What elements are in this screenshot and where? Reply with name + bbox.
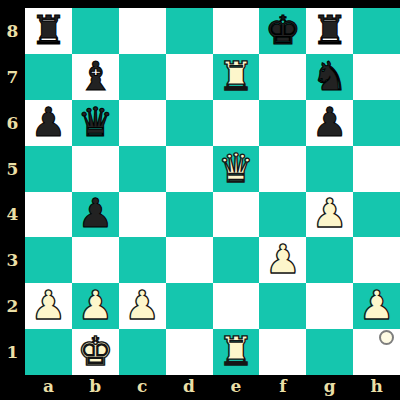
piece-black-pawn[interactable]: ♟ <box>77 193 113 233</box>
square-b3[interactable] <box>72 237 119 283</box>
piece-white-pawn[interactable]: ♟ <box>359 285 395 325</box>
chess-board: ♜♚♜♝♜♞♟♛♟♛♟♟♟♟♟♟♟♚♜ <box>25 8 400 375</box>
file-label-f: f <box>259 375 306 400</box>
square-d1[interactable] <box>166 329 213 375</box>
rank-label-5: 5 <box>0 146 25 192</box>
file-label-d: d <box>166 375 213 400</box>
square-g8[interactable]: ♜ <box>306 8 353 54</box>
square-b8[interactable] <box>72 8 119 54</box>
square-f4[interactable] <box>259 192 306 238</box>
square-c6[interactable] <box>119 100 166 146</box>
square-c7[interactable] <box>119 54 166 100</box>
square-e3[interactable] <box>213 237 260 283</box>
rank-label-3: 3 <box>0 237 25 283</box>
square-h8[interactable] <box>353 8 400 54</box>
square-a3[interactable] <box>25 237 72 283</box>
piece-white-king[interactable]: ♚ <box>77 331 113 371</box>
rank-label-7: 7 <box>0 54 25 100</box>
square-e4[interactable] <box>213 192 260 238</box>
square-d3[interactable] <box>166 237 213 283</box>
square-d2[interactable] <box>166 283 213 329</box>
piece-white-rook[interactable]: ♜ <box>218 331 254 371</box>
square-f2[interactable] <box>259 283 306 329</box>
square-b2[interactable]: ♟ <box>72 283 119 329</box>
square-e8[interactable] <box>213 8 260 54</box>
square-f8[interactable]: ♚ <box>259 8 306 54</box>
square-g3[interactable] <box>306 237 353 283</box>
chess-board-frame: 8 7 6 5 4 3 2 1 ♜♚♜♝♜♞♟♛♟♛♟♟♟♟♟♟♟♚♜ a b … <box>0 0 400 400</box>
square-d7[interactable] <box>166 54 213 100</box>
file-label-h: h <box>353 375 400 400</box>
square-g5[interactable] <box>306 146 353 192</box>
square-f5[interactable] <box>259 146 306 192</box>
square-f1[interactable] <box>259 329 306 375</box>
square-b4[interactable]: ♟ <box>72 192 119 238</box>
piece-black-bishop[interactable]: ♝ <box>77 56 113 96</box>
square-c2[interactable]: ♟ <box>119 283 166 329</box>
square-d5[interactable] <box>166 146 213 192</box>
square-a5[interactable] <box>25 146 72 192</box>
piece-black-knight[interactable]: ♞ <box>312 56 348 96</box>
piece-white-pawn[interactable]: ♟ <box>312 193 348 233</box>
piece-black-rook[interactable]: ♜ <box>31 10 67 50</box>
square-h7[interactable] <box>353 54 400 100</box>
square-g1[interactable] <box>306 329 353 375</box>
square-b1[interactable]: ♚ <box>72 329 119 375</box>
square-d6[interactable] <box>166 100 213 146</box>
rank-label-1: 1 <box>0 329 25 375</box>
file-label-b: b <box>72 375 119 400</box>
square-e2[interactable] <box>213 283 260 329</box>
square-h4[interactable] <box>353 192 400 238</box>
piece-white-queen[interactable]: ♛ <box>218 148 254 188</box>
square-a1[interactable] <box>25 329 72 375</box>
file-label-a: a <box>25 375 72 400</box>
square-c1[interactable] <box>119 329 166 375</box>
square-b7[interactable]: ♝ <box>72 54 119 100</box>
square-c5[interactable] <box>119 146 166 192</box>
rank-label-2: 2 <box>0 283 25 329</box>
piece-black-king[interactable]: ♚ <box>265 10 301 50</box>
square-f7[interactable] <box>259 54 306 100</box>
piece-white-pawn[interactable]: ♟ <box>265 239 301 279</box>
square-h5[interactable] <box>353 146 400 192</box>
square-e5[interactable]: ♛ <box>213 146 260 192</box>
piece-black-pawn[interactable]: ♟ <box>312 102 348 142</box>
square-h2[interactable]: ♟ <box>353 283 400 329</box>
square-c8[interactable] <box>119 8 166 54</box>
square-b6[interactable]: ♛ <box>72 100 119 146</box>
piece-black-queen[interactable]: ♛ <box>77 102 113 142</box>
piece-white-rook[interactable]: ♜ <box>218 56 254 96</box>
square-f6[interactable] <box>259 100 306 146</box>
piece-white-pawn[interactable]: ♟ <box>124 285 160 325</box>
square-h3[interactable] <box>353 237 400 283</box>
square-e6[interactable] <box>213 100 260 146</box>
rank-label-4: 4 <box>0 192 25 238</box>
white-to-move-indicator <box>379 330 394 345</box>
square-f3[interactable]: ♟ <box>259 237 306 283</box>
square-a7[interactable] <box>25 54 72 100</box>
square-a4[interactable] <box>25 192 72 238</box>
file-label-e: e <box>213 375 260 400</box>
square-b5[interactable] <box>72 146 119 192</box>
square-h6[interactable] <box>353 100 400 146</box>
square-g6[interactable]: ♟ <box>306 100 353 146</box>
square-e7[interactable]: ♜ <box>213 54 260 100</box>
square-a6[interactable]: ♟ <box>25 100 72 146</box>
square-g4[interactable]: ♟ <box>306 192 353 238</box>
file-label-c: c <box>119 375 166 400</box>
rank-labels: 8 7 6 5 4 3 2 1 <box>0 8 25 375</box>
piece-black-pawn[interactable]: ♟ <box>31 102 67 142</box>
square-a8[interactable]: ♜ <box>25 8 72 54</box>
square-e1[interactable]: ♜ <box>213 329 260 375</box>
square-g7[interactable]: ♞ <box>306 54 353 100</box>
square-a2[interactable]: ♟ <box>25 283 72 329</box>
piece-white-pawn[interactable]: ♟ <box>31 285 67 325</box>
square-c4[interactable] <box>119 192 166 238</box>
rank-label-6: 6 <box>0 100 25 146</box>
file-label-g: g <box>306 375 353 400</box>
piece-white-pawn[interactable]: ♟ <box>77 285 113 325</box>
square-g2[interactable] <box>306 283 353 329</box>
file-labels: a b c d e f g h <box>25 375 400 400</box>
piece-black-rook[interactable]: ♜ <box>312 10 348 50</box>
square-c3[interactable] <box>119 237 166 283</box>
square-d8[interactable] <box>166 8 213 54</box>
square-d4[interactable] <box>166 192 213 238</box>
rank-label-8: 8 <box>0 8 25 54</box>
